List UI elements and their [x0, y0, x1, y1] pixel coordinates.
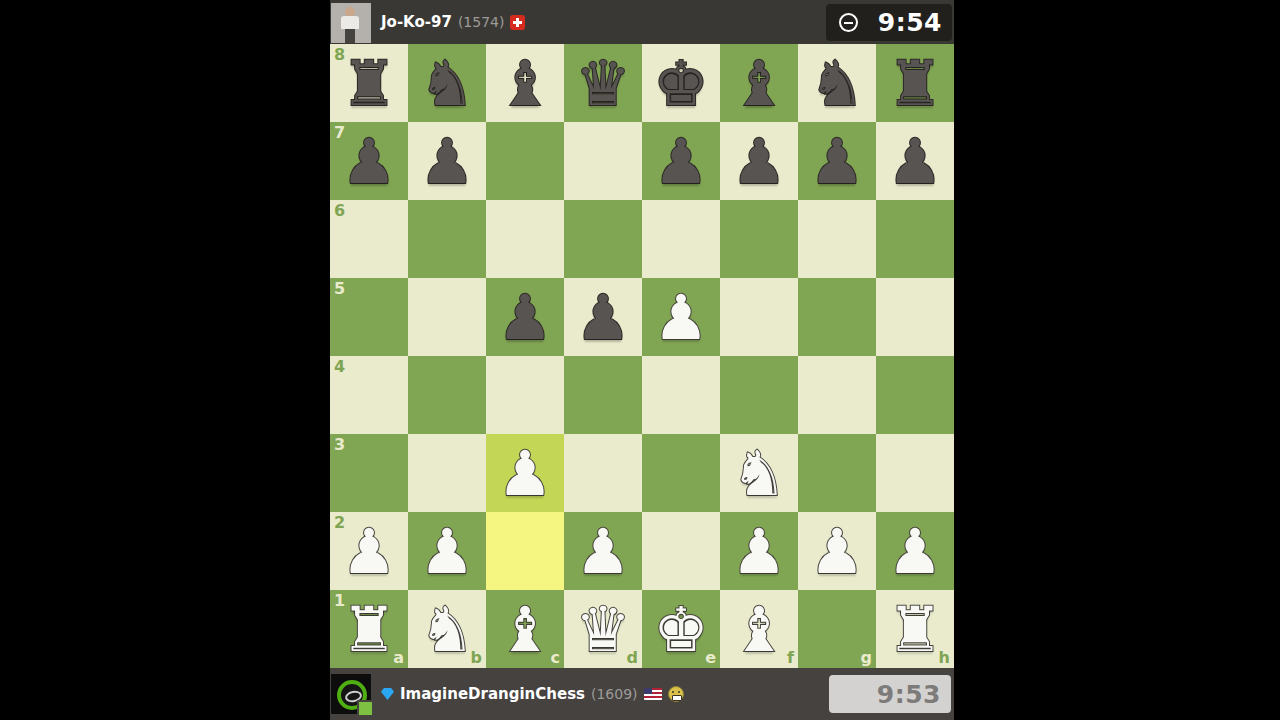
square-g7[interactable]: ♟	[798, 122, 876, 200]
square-d1[interactable]: d♛	[564, 590, 642, 668]
app-window: Jo-Ko-97 (1574) 9:54 8♜♞♝♛♚♝♞♜7♟♟♟♟♟♟65♟…	[0, 0, 1280, 720]
square-h7[interactable]: ♟	[876, 122, 954, 200]
square-b1[interactable]: b♞	[408, 590, 486, 668]
top-player-rating: (1574)	[458, 14, 505, 30]
square-d5[interactable]: ♟	[564, 278, 642, 356]
top-clock-time: 9:54	[878, 8, 942, 37]
black-pawn-f7[interactable]: ♟	[731, 131, 787, 193]
square-h8[interactable]: ♜	[876, 44, 954, 122]
rank-label-6: 6	[334, 203, 345, 219]
black-pawn-d5[interactable]: ♟	[575, 287, 631, 349]
square-g5[interactable]	[798, 278, 876, 356]
square-a5[interactable]: 5	[330, 278, 408, 356]
bottom-player-clock: 9:53	[829, 675, 951, 713]
black-queen-d8[interactable]: ♛	[575, 53, 631, 115]
square-a7[interactable]: 7♟	[330, 122, 408, 200]
bottom-player-rating: (1609)	[591, 686, 638, 702]
square-g2[interactable]: ♟	[798, 512, 876, 590]
square-c2[interactable]	[486, 512, 564, 590]
square-f1[interactable]: f♝	[720, 590, 798, 668]
avatar-person-legs	[345, 29, 355, 43]
file-label-g: g	[861, 650, 872, 666]
bottom-player-name[interactable]: ImagineDranginChess	[400, 685, 585, 703]
circle-minus-icon	[839, 13, 858, 32]
online-badge	[357, 700, 374, 717]
square-f5[interactable]	[720, 278, 798, 356]
top-player-avatar[interactable]	[331, 3, 371, 43]
black-pawn-h7[interactable]: ♟	[887, 131, 943, 193]
square-a3[interactable]: 3	[330, 434, 408, 512]
square-d2[interactable]: ♟	[564, 512, 642, 590]
black-pawn-b7[interactable]: ♟	[419, 131, 475, 193]
square-b8[interactable]: ♞	[408, 44, 486, 122]
square-g3[interactable]	[798, 434, 876, 512]
square-d7[interactable]	[564, 122, 642, 200]
square-h2[interactable]: ♟	[876, 512, 954, 590]
square-e3[interactable]	[642, 434, 720, 512]
square-f7[interactable]: ♟	[720, 122, 798, 200]
top-player-clock: 9:54	[826, 4, 952, 41]
square-c4[interactable]	[486, 356, 564, 434]
white-pawn-b2[interactable]: ♟	[419, 521, 475, 583]
square-a2[interactable]: 2♟	[330, 512, 408, 590]
square-e4[interactable]	[642, 356, 720, 434]
black-bishop-c8[interactable]: ♝	[497, 53, 553, 115]
square-e7[interactable]: ♟	[642, 122, 720, 200]
white-pawn-d2[interactable]: ♟	[575, 521, 631, 583]
square-b5[interactable]	[408, 278, 486, 356]
square-b6[interactable]	[408, 200, 486, 278]
bottom-clock-time: 9:53	[877, 680, 941, 709]
square-g6[interactable]	[798, 200, 876, 278]
top-player-info: Jo-Ko-97 (1574)	[381, 13, 525, 31]
white-bishop-c1[interactable]: ♝	[497, 599, 553, 661]
white-bishop-f1[interactable]: ♝	[731, 599, 787, 661]
square-h1[interactable]: h♜	[876, 590, 954, 668]
square-e5[interactable]: ♟	[642, 278, 720, 356]
grinning-face-emoji	[668, 686, 684, 702]
square-c3[interactable]: ♟	[486, 434, 564, 512]
square-c8[interactable]: ♝	[486, 44, 564, 122]
top-player-name[interactable]: Jo-Ko-97	[381, 13, 452, 31]
square-f6[interactable]	[720, 200, 798, 278]
square-c1[interactable]: c♝	[486, 590, 564, 668]
blue-diamond-icon[interactable]	[381, 688, 394, 700]
square-a1[interactable]: 1a♜	[330, 590, 408, 668]
top-player-bar: Jo-Ko-97 (1574) 9:54	[330, 0, 954, 44]
rank-label-3: 3	[334, 437, 345, 453]
white-pawn-c3[interactable]: ♟	[497, 443, 553, 505]
square-a8[interactable]: 8♜	[330, 44, 408, 122]
square-b2[interactable]: ♟	[408, 512, 486, 590]
square-d8[interactable]: ♛	[564, 44, 642, 122]
square-e1[interactable]: e♚	[642, 590, 720, 668]
swiss-flag-icon	[510, 15, 525, 30]
black-rook-a8[interactable]: ♜	[341, 53, 397, 115]
square-d4[interactable]	[564, 356, 642, 434]
square-d6[interactable]	[564, 200, 642, 278]
file-label-f: f	[787, 650, 794, 666]
square-g8[interactable]: ♞	[798, 44, 876, 122]
square-h4[interactable]	[876, 356, 954, 434]
square-g4[interactable]	[798, 356, 876, 434]
square-f8[interactable]: ♝	[720, 44, 798, 122]
square-h6[interactable]	[876, 200, 954, 278]
white-pawn-e5[interactable]: ♟	[653, 287, 709, 349]
square-f2[interactable]: ♟	[720, 512, 798, 590]
white-rook-h1[interactable]: ♜	[887, 599, 943, 661]
black-pawn-g7[interactable]: ♟	[809, 131, 865, 193]
white-pawn-a2[interactable]: ♟	[341, 521, 397, 583]
us-flag-icon	[644, 688, 662, 700]
rank-label-4: 4	[334, 359, 345, 375]
square-c5[interactable]: ♟	[486, 278, 564, 356]
black-knight-g8[interactable]: ♞	[809, 53, 865, 115]
white-pawn-f2[interactable]: ♟	[731, 521, 787, 583]
square-f4[interactable]	[720, 356, 798, 434]
square-c6[interactable]	[486, 200, 564, 278]
white-queen-d1[interactable]: ♛	[575, 599, 631, 661]
white-rook-a1[interactable]: ♜	[341, 599, 397, 661]
white-knight-b1[interactable]: ♞	[419, 599, 475, 661]
bottom-player-avatar[interactable]	[331, 674, 371, 714]
square-e2[interactable]	[642, 512, 720, 590]
white-king-e1[interactable]: ♚	[653, 599, 709, 661]
avatar-person-shirt	[341, 16, 359, 29]
black-rook-h8[interactable]: ♜	[887, 53, 943, 115]
white-pawn-g2[interactable]: ♟	[809, 521, 865, 583]
square-c7[interactable]	[486, 122, 564, 200]
game-column: Jo-Ko-97 (1574) 9:54 8♜♞♝♛♚♝♞♜7♟♟♟♟♟♟65♟…	[330, 0, 954, 720]
black-knight-b8[interactable]: ♞	[419, 53, 475, 115]
square-f3[interactable]: ♞	[720, 434, 798, 512]
square-e8[interactable]: ♚	[642, 44, 720, 122]
square-h3[interactable]	[876, 434, 954, 512]
square-h5[interactable]	[876, 278, 954, 356]
square-d3[interactable]	[564, 434, 642, 512]
rank-label-5: 5	[334, 281, 345, 297]
square-e6[interactable]	[642, 200, 720, 278]
square-a6[interactable]: 6	[330, 200, 408, 278]
bottom-player-info: ImagineDranginChess (1609)	[381, 685, 684, 703]
square-a4[interactable]: 4	[330, 356, 408, 434]
chess-board: 8♜♞♝♛♚♝♞♜7♟♟♟♟♟♟65♟♟♟43♟♞2♟♟♟♟♟♟1a♜b♞c♝d…	[330, 44, 954, 668]
square-g1[interactable]: g	[798, 590, 876, 668]
white-knight-f3[interactable]: ♞	[731, 443, 787, 505]
black-bishop-f8[interactable]: ♝	[731, 53, 787, 115]
square-b7[interactable]: ♟	[408, 122, 486, 200]
bottom-player-bar: ImagineDranginChess (1609) 9:53	[330, 668, 954, 720]
black-pawn-e7[interactable]: ♟	[653, 131, 709, 193]
white-pawn-h2[interactable]: ♟	[887, 521, 943, 583]
square-b4[interactable]	[408, 356, 486, 434]
square-b3[interactable]	[408, 434, 486, 512]
black-pawn-c5[interactable]: ♟	[497, 287, 553, 349]
black-king-e8[interactable]: ♚	[653, 53, 709, 115]
black-pawn-a7[interactable]: ♟	[341, 131, 397, 193]
